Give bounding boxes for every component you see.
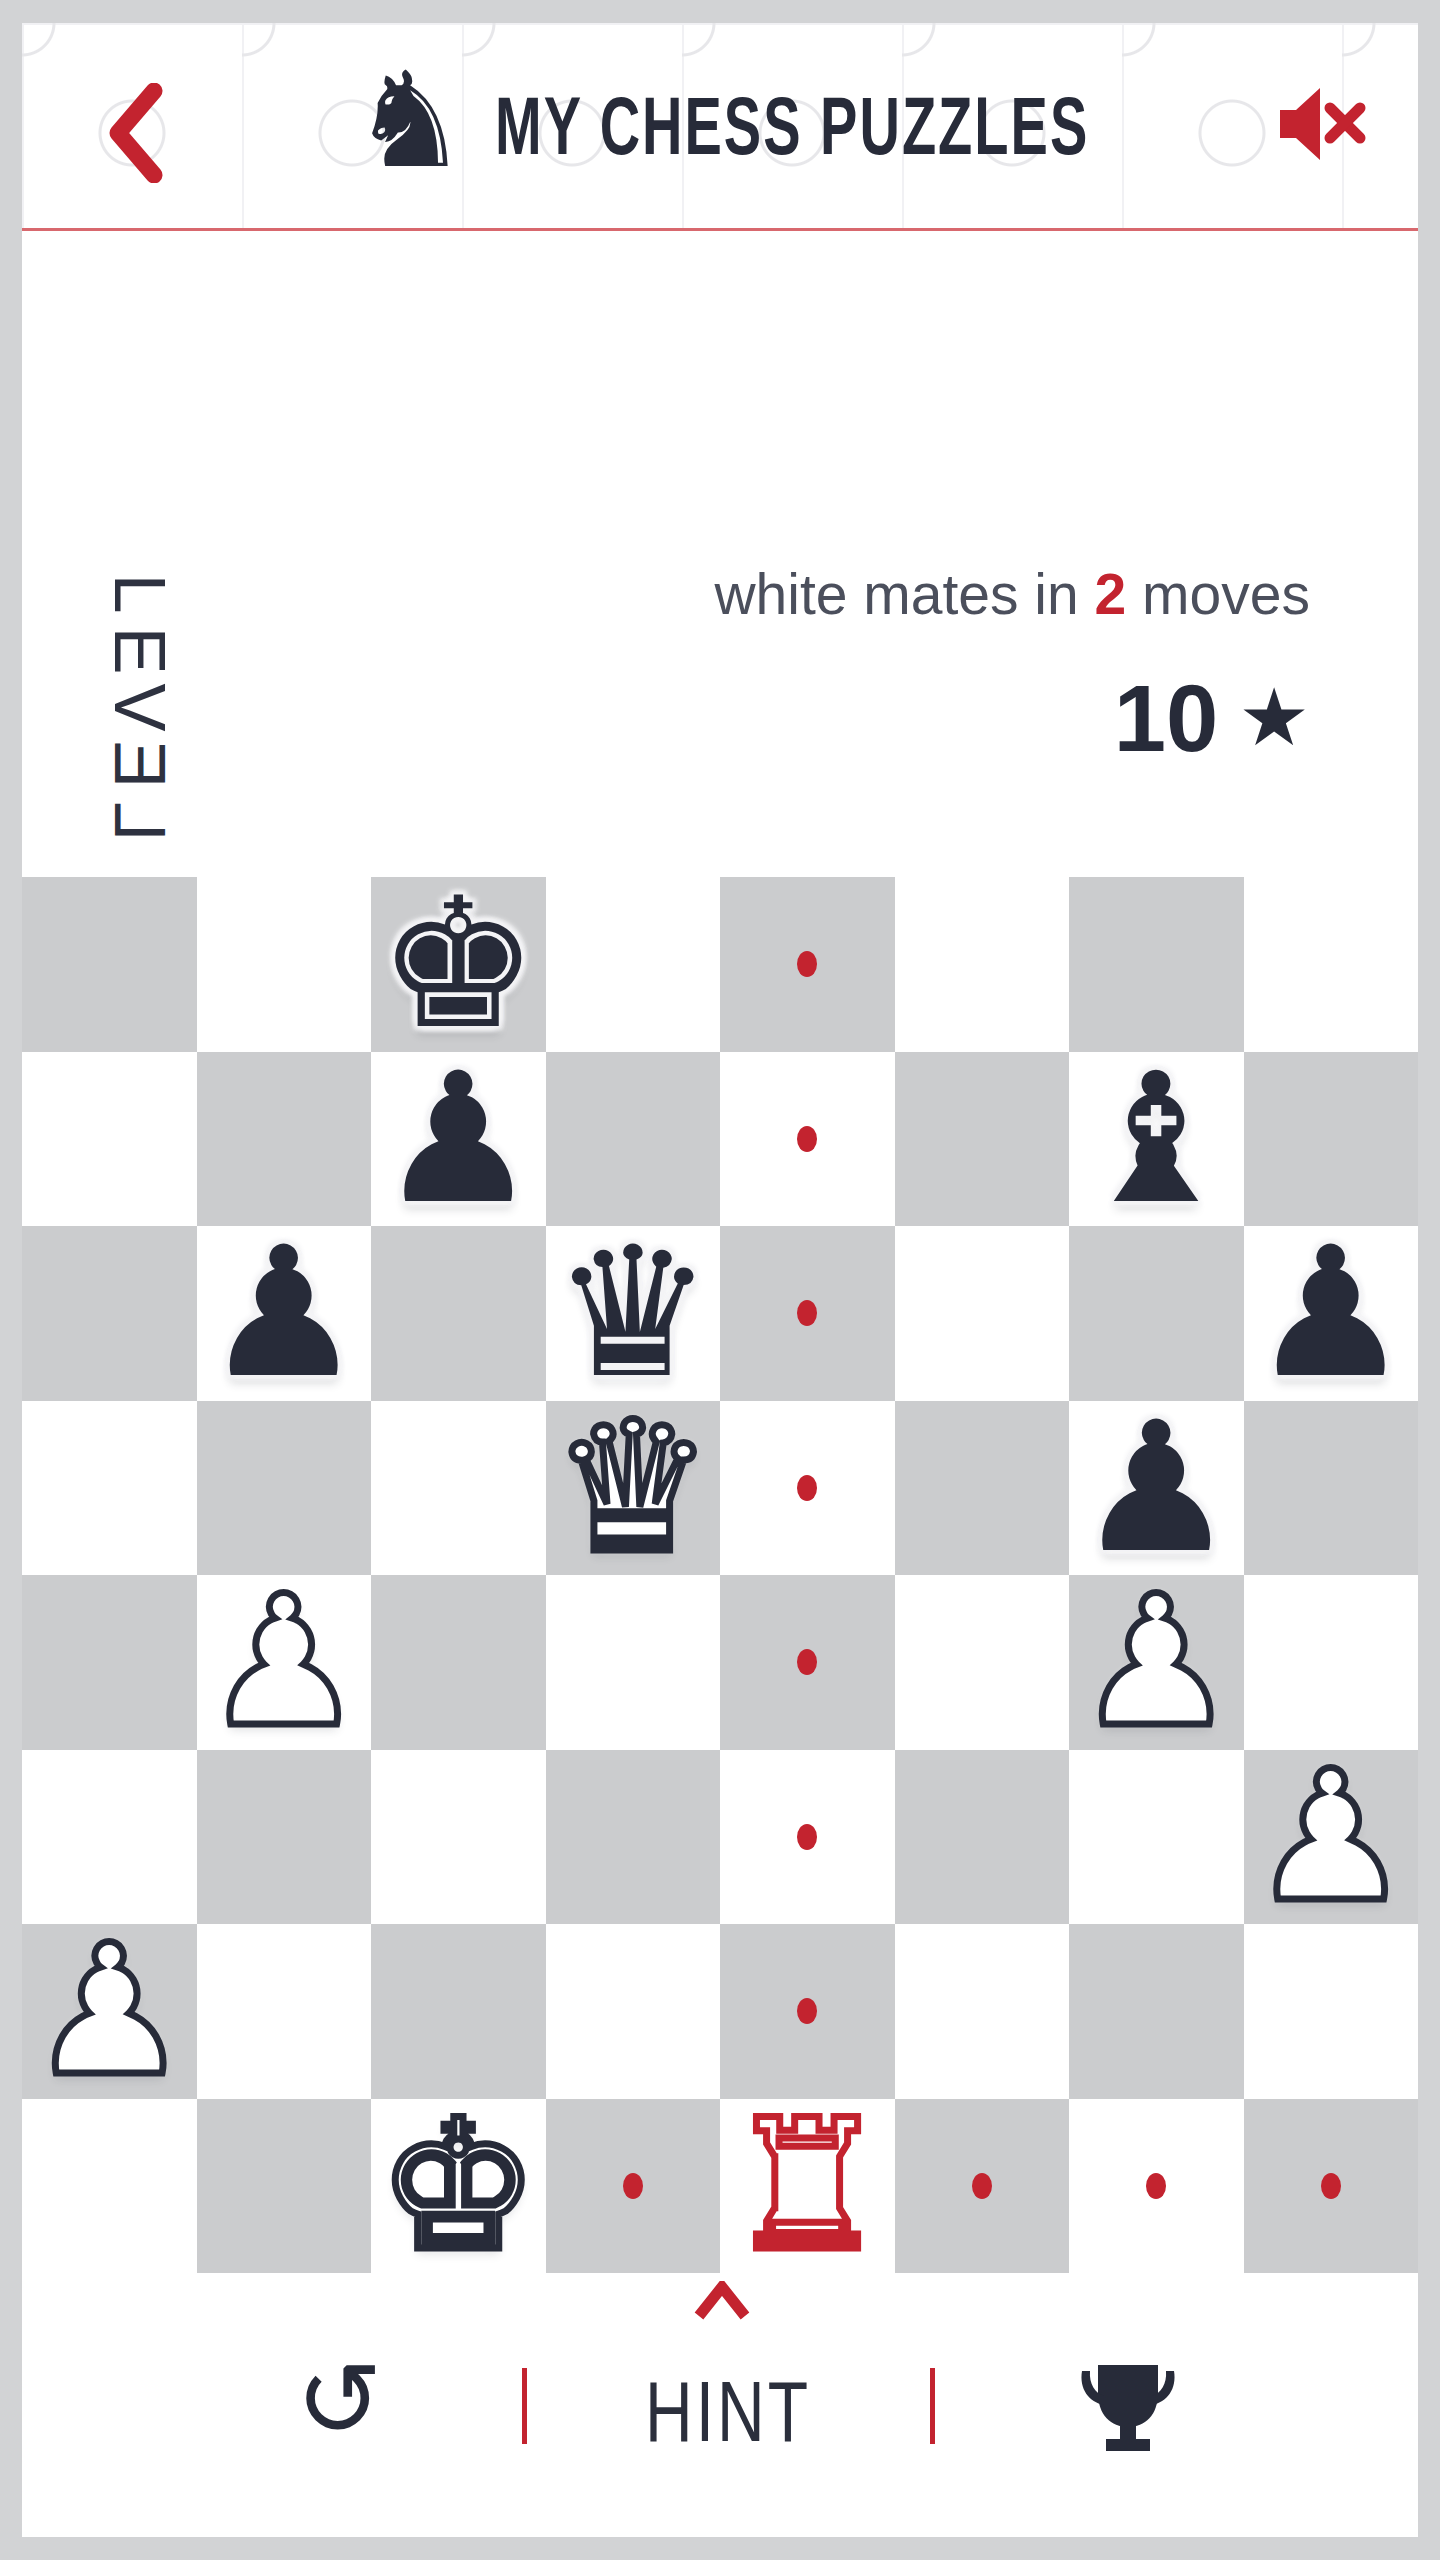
- back-button[interactable]: [102, 83, 172, 183]
- move-hint-dot[interactable]: [797, 1998, 817, 2024]
- white-queen[interactable]: ♛: [552, 1398, 713, 1578]
- square-d1[interactable]: [546, 2099, 721, 2274]
- square-d2[interactable]: [546, 1924, 721, 2099]
- square-g7[interactable]: ♝: [1069, 1052, 1244, 1227]
- square-a7[interactable]: [22, 1052, 197, 1227]
- white-pawn[interactable]: ♟: [29, 1921, 190, 2101]
- square-e6[interactable]: [720, 1226, 895, 1401]
- hint-button[interactable]: HINT: [578, 2362, 878, 2461]
- square-e5[interactable]: [720, 1401, 895, 1576]
- square-a6[interactable]: [22, 1226, 197, 1401]
- square-f1[interactable]: [895, 2099, 1070, 2274]
- square-g4[interactable]: ♟: [1069, 1575, 1244, 1750]
- move-hint-dot[interactable]: [797, 1300, 817, 1326]
- square-d4[interactable]: [546, 1575, 721, 1750]
- square-e1[interactable]: ♜: [720, 2099, 895, 2274]
- square-g1[interactable]: [1069, 2099, 1244, 2274]
- move-hint-dot[interactable]: [797, 1126, 817, 1152]
- black-pawn[interactable]: ♟: [1250, 1223, 1411, 1403]
- square-a5[interactable]: [22, 1401, 197, 1576]
- stars-count: 10: [1114, 665, 1219, 773]
- square-e3[interactable]: [720, 1750, 895, 1925]
- square-g2[interactable]: [1069, 1924, 1244, 2099]
- square-a8[interactable]: [22, 877, 197, 1052]
- black-bishop[interactable]: ♝: [1076, 1049, 1237, 1229]
- square-h5[interactable]: [1244, 1401, 1419, 1576]
- toolbar-divider: [522, 2368, 527, 2444]
- square-c6[interactable]: [371, 1226, 546, 1401]
- app-logo-title: ♞ MY CHESS PUZZLES: [351, 60, 1090, 192]
- square-c4[interactable]: [371, 1575, 546, 1750]
- reset-icon: ↺: [295, 2339, 382, 2461]
- black-queen[interactable]: ♛: [552, 1223, 713, 1403]
- black-pawn[interactable]: ♟: [1076, 1398, 1237, 1578]
- square-g6[interactable]: [1069, 1226, 1244, 1401]
- square-b1[interactable]: [197, 2099, 372, 2274]
- square-e8[interactable]: [720, 877, 895, 1052]
- square-a1[interactable]: [22, 2099, 197, 2274]
- square-h3[interactable]: ♟: [1244, 1750, 1419, 1925]
- knight-puzzle-logo-icon: ♞: [351, 54, 469, 186]
- square-e2[interactable]: [720, 1924, 895, 2099]
- square-f5[interactable]: [895, 1401, 1070, 1576]
- square-b4[interactable]: ♟: [197, 1575, 372, 1750]
- move-hint-dot[interactable]: [1146, 2173, 1166, 2199]
- square-b8[interactable]: [197, 877, 372, 1052]
- square-d8[interactable]: [546, 877, 721, 1052]
- toolbar-divider: [930, 2368, 935, 2444]
- square-h8[interactable]: [1244, 877, 1419, 1052]
- square-d3[interactable]: [546, 1750, 721, 1925]
- square-f3[interactable]: [895, 1750, 1070, 1925]
- trophy-button[interactable]: [1074, 2359, 1182, 2455]
- square-h2[interactable]: [1244, 1924, 1419, 2099]
- square-g3[interactable]: [1069, 1750, 1244, 1925]
- square-c3[interactable]: [371, 1750, 546, 1925]
- move-hint-dot[interactable]: [1321, 2173, 1341, 2199]
- selected-white-rook[interactable]: ♜: [727, 2096, 888, 2276]
- chevron-left-icon: [118, 91, 154, 175]
- white-pawn[interactable]: ♟: [1250, 1747, 1411, 1927]
- black-pawn[interactable]: ♟: [203, 1223, 364, 1403]
- square-c2[interactable]: [371, 1924, 546, 2099]
- trophy-icon: [1081, 2365, 1174, 2451]
- move-hint-dot[interactable]: [972, 2173, 992, 2199]
- square-b3[interactable]: [197, 1750, 372, 1925]
- square-e7[interactable]: [720, 1052, 895, 1227]
- move-hint-dot[interactable]: [797, 1649, 817, 1675]
- stars-line: 10 ★: [1114, 665, 1310, 773]
- square-c8[interactable]: ♚: [371, 877, 546, 1052]
- frame-bottom: [0, 2537, 1440, 2560]
- app-window: ♞ MY CHESS PUZZLES L E V E L 01 white ma…: [22, 23, 1418, 2537]
- square-h4[interactable]: [1244, 1575, 1419, 1750]
- white-pawn[interactable]: ♟: [1076, 1572, 1237, 1752]
- square-g5[interactable]: ♟: [1069, 1401, 1244, 1576]
- square-a3[interactable]: [22, 1750, 197, 1925]
- square-d6[interactable]: ♛: [546, 1226, 721, 1401]
- level-label: L E V E L: [100, 565, 180, 850]
- square-e4[interactable]: [720, 1575, 895, 1750]
- square-h6[interactable]: ♟: [1244, 1226, 1419, 1401]
- square-f8[interactable]: [895, 877, 1070, 1052]
- speaker-muted-icon: [1280, 88, 1360, 160]
- square-b5[interactable]: [197, 1401, 372, 1576]
- square-h1[interactable]: [1244, 2099, 1419, 2274]
- square-d5[interactable]: ♛: [546, 1401, 721, 1576]
- white-king[interactable]: ♚: [378, 2096, 539, 2276]
- square-d7[interactable]: [546, 1052, 721, 1227]
- star-icon: ★: [1238, 671, 1310, 764]
- app-title: MY CHESS PUZZLES: [495, 78, 1089, 172]
- black-pawn[interactable]: ♟: [378, 1049, 539, 1229]
- square-f7[interactable]: [895, 1052, 1070, 1227]
- white-pawn[interactable]: ♟: [203, 1572, 364, 1752]
- mute-button[interactable]: [1274, 78, 1366, 170]
- square-c1[interactable]: ♚: [371, 2099, 546, 2274]
- black-king[interactable]: ♚: [378, 874, 539, 1054]
- chevron-up-icon: [699, 2287, 745, 2316]
- move-hint-dot[interactable]: [623, 2173, 643, 2199]
- square-a4[interactable]: [22, 1575, 197, 1750]
- reset-button[interactable]: ↺: [274, 2335, 404, 2465]
- square-a2[interactable]: ♟: [22, 1924, 197, 2099]
- square-b2[interactable]: [197, 1924, 372, 2099]
- square-c5[interactable]: [371, 1401, 546, 1576]
- square-f4[interactable]: [895, 1575, 1070, 1750]
- header-bar: ♞ MY CHESS PUZZLES: [22, 23, 1418, 228]
- square-f2[interactable]: [895, 1924, 1070, 2099]
- move-hint-dot[interactable]: [797, 951, 817, 977]
- info-panel: L E V E L 01 white mates in 2 moves 10 ★: [22, 231, 1418, 877]
- move-hint-dot[interactable]: [797, 1824, 817, 1850]
- moves-count: 2: [1095, 562, 1127, 626]
- puzzle-objective: white mates in 2 moves: [714, 561, 1310, 627]
- level-letter: L: [112, 782, 169, 862]
- square-b6[interactable]: ♟: [197, 1226, 372, 1401]
- square-b7[interactable]: [197, 1052, 372, 1227]
- move-hint-dot[interactable]: [797, 1475, 817, 1501]
- square-c7[interactable]: ♟: [371, 1052, 546, 1227]
- square-h7[interactable]: [1244, 1052, 1419, 1227]
- square-f6[interactable]: [895, 1226, 1070, 1401]
- chess-board: ♚♟♝♟♛♟♛♟♟♟♟♟♚♜: [22, 877, 1418, 2273]
- square-g8[interactable]: [1069, 877, 1244, 1052]
